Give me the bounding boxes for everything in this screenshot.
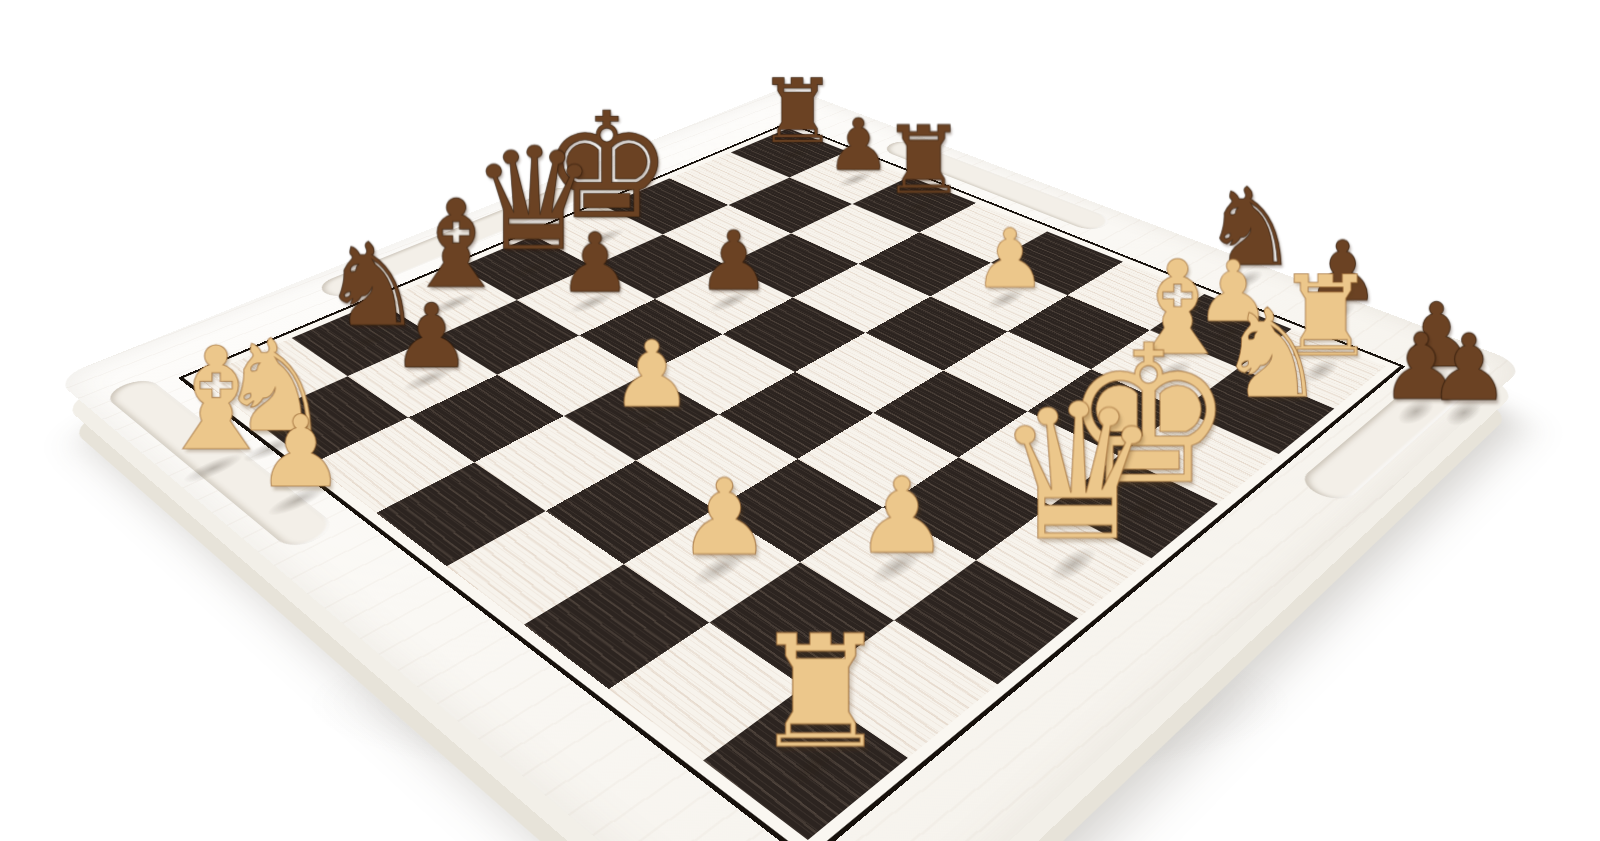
square-a1[interactable]: ♜ bbox=[703, 687, 908, 840]
piece-glyph: ♟ bbox=[177, 403, 425, 502]
piece-glyph: ♜ bbox=[667, 614, 973, 770]
photo-stage: ♞♝♛♚♜♟♟♟♟♜♟♟♟♟♝♟♜♛♚♞♜ ♝♞♟♟♟♟♞♟ bbox=[0, 0, 1600, 841]
square-e4[interactable] bbox=[795, 333, 943, 413]
piece-glyph: ♟ bbox=[536, 329, 767, 421]
piece-glyph: ♟ bbox=[592, 466, 855, 571]
piece-glyph: ♟ bbox=[1354, 323, 1583, 415]
piece-glyph: ♜ bbox=[831, 113, 1015, 207]
